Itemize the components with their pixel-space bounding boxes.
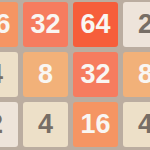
tile-r2c2: 8 <box>23 52 68 97</box>
tile-r1c2: 32 <box>23 2 68 47</box>
tile-r1c4: 2 <box>123 2 150 47</box>
tile-r2c4: 8 <box>123 52 150 97</box>
board-2048[interactable]: 16 32 64 2 4 8 32 8 2 4 16 4 <box>0 2 150 147</box>
tile-r2c1: 4 <box>0 52 18 97</box>
tile-r2c3: 32 <box>73 52 118 97</box>
tile-r3c2: 4 <box>23 102 68 147</box>
tile-r3c4: 4 <box>123 102 150 147</box>
tile-r1c1: 16 <box>0 2 18 47</box>
tile-r1c3: 64 <box>73 2 118 47</box>
tile-r3c1: 2 <box>0 102 18 147</box>
game-viewport: 16 32 64 2 4 8 32 8 2 4 16 4 <box>0 0 150 150</box>
tile-r3c3: 16 <box>73 102 118 147</box>
